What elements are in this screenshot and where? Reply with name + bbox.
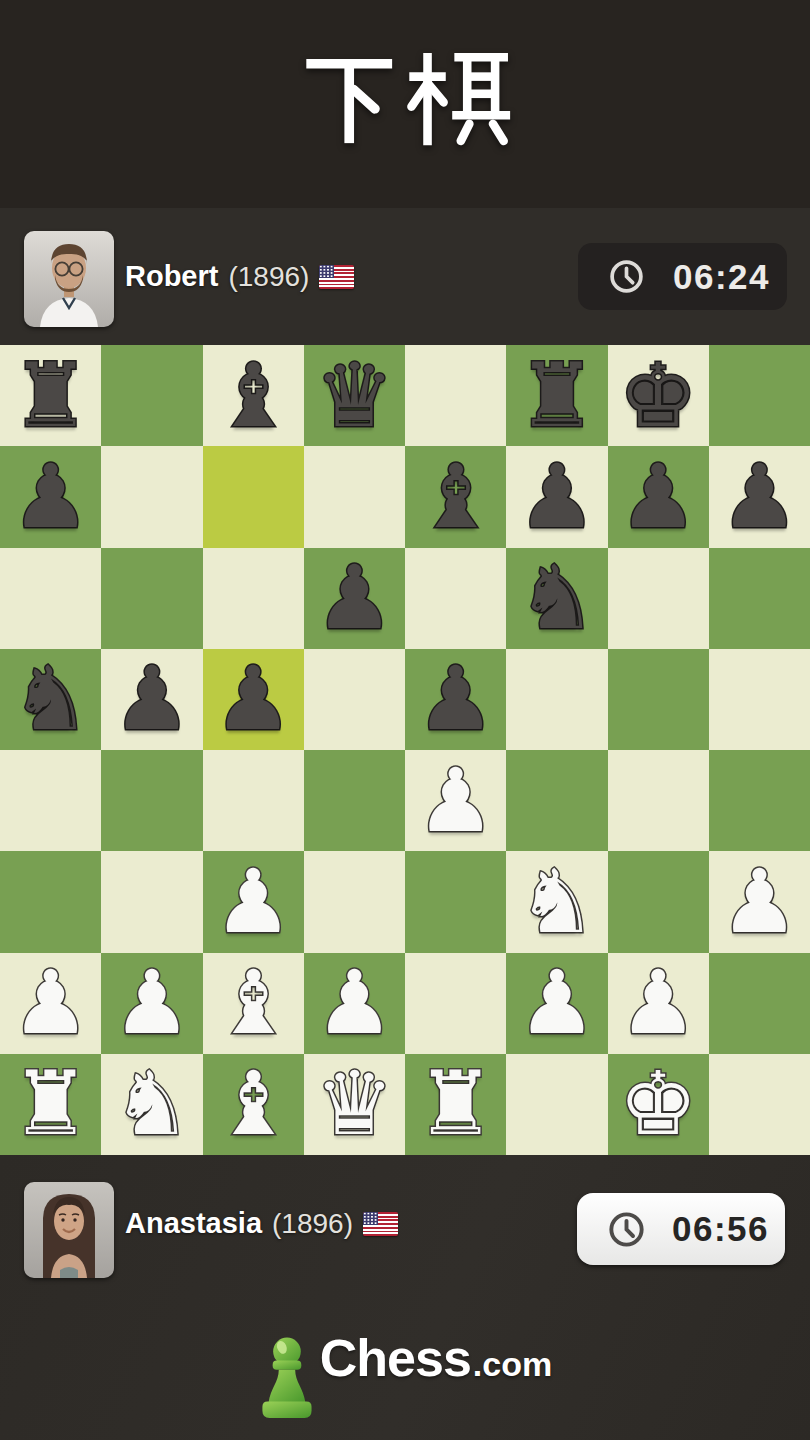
square-b5[interactable]: ♟ bbox=[101, 649, 202, 750]
square-c7[interactable] bbox=[203, 446, 304, 547]
game-screen: 下棋 bbox=[0, 0, 810, 1440]
avatar-robert[interactable] bbox=[24, 231, 114, 327]
white-pawn[interactable]: ♟ bbox=[506, 953, 607, 1054]
player-name-bottom: Anastasia bbox=[125, 1207, 262, 1240]
square-g8[interactable]: ♚ bbox=[608, 345, 709, 446]
player-row-top: Robert (1896) 06:24 bbox=[0, 208, 810, 345]
square-e8[interactable] bbox=[405, 345, 506, 446]
player-rating-bottom: (1896) bbox=[272, 1208, 353, 1240]
white-bishop[interactable]: ♝ bbox=[203, 953, 304, 1054]
header-band: 下棋 bbox=[0, 0, 810, 208]
square-c5[interactable]: ♟ bbox=[203, 649, 304, 750]
square-b2[interactable]: ♟ bbox=[101, 953, 202, 1054]
square-c1[interactable]: ♝ bbox=[203, 1054, 304, 1155]
square-e3[interactable] bbox=[405, 851, 506, 952]
square-e2[interactable] bbox=[405, 953, 506, 1054]
white-knight[interactable]: ♞ bbox=[101, 1054, 202, 1155]
square-c3[interactable]: ♟ bbox=[203, 851, 304, 952]
square-h2[interactable] bbox=[709, 953, 810, 1054]
square-g5[interactable] bbox=[608, 649, 709, 750]
brand-text: Chess bbox=[320, 1328, 471, 1388]
square-f1[interactable] bbox=[506, 1054, 607, 1155]
square-c4[interactable] bbox=[203, 750, 304, 851]
chesscom-logo[interactable]: Chess .com bbox=[258, 1328, 552, 1420]
black-knight[interactable]: ♞ bbox=[506, 548, 607, 649]
black-pawn[interactable]: ♟ bbox=[709, 446, 810, 547]
square-a2[interactable]: ♟ bbox=[0, 953, 101, 1054]
avatar-anastasia-image bbox=[24, 1182, 114, 1278]
square-d6[interactable]: ♟ bbox=[304, 548, 405, 649]
square-a1[interactable]: ♜ bbox=[0, 1054, 101, 1155]
clock-time-top: 06:24 bbox=[673, 257, 770, 297]
square-e5[interactable]: ♟ bbox=[405, 649, 506, 750]
square-h6[interactable] bbox=[709, 548, 810, 649]
avatar-robert-image bbox=[24, 231, 114, 327]
clock-top: 06:24 bbox=[578, 243, 787, 310]
square-f2[interactable]: ♟ bbox=[506, 953, 607, 1054]
square-g3[interactable] bbox=[608, 851, 709, 952]
black-pawn[interactable]: ♟ bbox=[0, 446, 101, 547]
square-d8[interactable]: ♛ bbox=[304, 345, 405, 446]
player-rating-top: (1896) bbox=[228, 261, 309, 293]
square-h1[interactable] bbox=[709, 1054, 810, 1155]
square-d4[interactable] bbox=[304, 750, 405, 851]
square-b8[interactable] bbox=[101, 345, 202, 446]
page-title-glyphs bbox=[297, 38, 513, 156]
black-pawn[interactable]: ♟ bbox=[203, 649, 304, 750]
square-a8[interactable]: ♜ bbox=[0, 345, 101, 446]
square-h5[interactable] bbox=[709, 649, 810, 750]
white-bishop[interactable]: ♝ bbox=[203, 1054, 304, 1155]
square-a3[interactable] bbox=[0, 851, 101, 952]
square-f6[interactable]: ♞ bbox=[506, 548, 607, 649]
square-f3[interactable]: ♞ bbox=[506, 851, 607, 952]
black-bishop[interactable]: ♝ bbox=[405, 446, 506, 547]
black-pawn[interactable]: ♟ bbox=[304, 548, 405, 649]
square-e4[interactable]: ♟ bbox=[405, 750, 506, 851]
square-b6[interactable] bbox=[101, 548, 202, 649]
black-rook[interactable]: ♜ bbox=[506, 345, 607, 446]
avatar-anastasia[interactable] bbox=[24, 1182, 114, 1278]
player-row-bottom: Anastasia (1896) 06:56 bbox=[0, 1155, 810, 1292]
square-a6[interactable] bbox=[0, 548, 101, 649]
black-knight[interactable]: ♞ bbox=[0, 649, 101, 750]
square-h8[interactable] bbox=[709, 345, 810, 446]
square-c6[interactable] bbox=[203, 548, 304, 649]
square-a7[interactable]: ♟ bbox=[0, 446, 101, 547]
square-c2[interactable]: ♝ bbox=[203, 953, 304, 1054]
square-f7[interactable]: ♟ bbox=[506, 446, 607, 547]
square-e1[interactable]: ♜ bbox=[405, 1054, 506, 1155]
square-b4[interactable] bbox=[101, 750, 202, 851]
square-e7[interactable]: ♝ bbox=[405, 446, 506, 547]
square-a5[interactable]: ♞ bbox=[0, 649, 101, 750]
square-d7[interactable] bbox=[304, 446, 405, 547]
white-pawn[interactable]: ♟ bbox=[304, 953, 405, 1054]
square-d1[interactable]: ♛ bbox=[304, 1054, 405, 1155]
us-flag-icon bbox=[319, 265, 354, 289]
player-info-bottom: Anastasia (1896) bbox=[125, 1155, 398, 1292]
white-rook[interactable]: ♜ bbox=[0, 1054, 101, 1155]
black-pawn[interactable]: ♟ bbox=[405, 649, 506, 750]
square-g1[interactable]: ♚ bbox=[608, 1054, 709, 1155]
square-f8[interactable]: ♜ bbox=[506, 345, 607, 446]
white-knight[interactable]: ♞ bbox=[506, 851, 607, 952]
white-pawn[interactable]: ♟ bbox=[0, 953, 101, 1054]
us-flag-icon bbox=[363, 1212, 398, 1236]
white-queen[interactable]: ♛ bbox=[304, 1054, 405, 1155]
white-pawn[interactable]: ♟ bbox=[101, 953, 202, 1054]
square-d5[interactable] bbox=[304, 649, 405, 750]
chess-board: ♜♝♛♜♚♟♝♟♟♟♟♞♞♟♟♟♟♟♞♟♟♟♝♟♟♟♜♞♝♛♜♚ bbox=[0, 345, 810, 1155]
black-queen[interactable]: ♛ bbox=[304, 345, 405, 446]
white-rook[interactable]: ♜ bbox=[405, 1054, 506, 1155]
square-h3[interactable]: ♟ bbox=[709, 851, 810, 952]
square-h4[interactable] bbox=[709, 750, 810, 851]
player-info-top: Robert (1896) bbox=[125, 208, 354, 345]
square-g7[interactable]: ♟ bbox=[608, 446, 709, 547]
square-c8[interactable]: ♝ bbox=[203, 345, 304, 446]
white-king[interactable]: ♚ bbox=[608, 1054, 709, 1155]
square-f5[interactable] bbox=[506, 649, 607, 750]
square-b3[interactable] bbox=[101, 851, 202, 952]
player-name-top: Robert bbox=[125, 260, 218, 293]
square-g6[interactable] bbox=[608, 548, 709, 649]
square-d2[interactable]: ♟ bbox=[304, 953, 405, 1054]
page-title: 下棋 bbox=[0, 38, 810, 156]
clock-time-bottom: 06:56 bbox=[672, 1209, 769, 1249]
square-g2[interactable]: ♟ bbox=[608, 953, 709, 1054]
white-pawn[interactable]: ♟ bbox=[203, 851, 304, 952]
square-b7[interactable] bbox=[101, 446, 202, 547]
clock-icon bbox=[608, 258, 645, 295]
square-d3[interactable] bbox=[304, 851, 405, 952]
white-pawn[interactable]: ♟ bbox=[608, 953, 709, 1054]
black-pawn[interactable]: ♟ bbox=[608, 446, 709, 547]
footer: Chess .com bbox=[0, 1328, 810, 1420]
square-g4[interactable] bbox=[608, 750, 709, 851]
black-pawn[interactable]: ♟ bbox=[506, 446, 607, 547]
green-pawn-icon bbox=[258, 1334, 318, 1420]
brand-suffix-text: .com bbox=[473, 1345, 552, 1384]
square-h7[interactable]: ♟ bbox=[709, 446, 810, 547]
square-e6[interactable] bbox=[405, 548, 506, 649]
black-bishop[interactable]: ♝ bbox=[203, 345, 304, 446]
square-f4[interactable] bbox=[506, 750, 607, 851]
clock-bottom: 06:56 bbox=[577, 1193, 785, 1265]
white-pawn[interactable]: ♟ bbox=[405, 750, 506, 851]
black-pawn[interactable]: ♟ bbox=[101, 649, 202, 750]
black-rook[interactable]: ♜ bbox=[0, 345, 101, 446]
clock-icon bbox=[607, 1210, 646, 1249]
black-king[interactable]: ♚ bbox=[608, 345, 709, 446]
white-pawn[interactable]: ♟ bbox=[709, 851, 810, 952]
square-b1[interactable]: ♞ bbox=[101, 1054, 202, 1155]
square-a4[interactable] bbox=[0, 750, 101, 851]
